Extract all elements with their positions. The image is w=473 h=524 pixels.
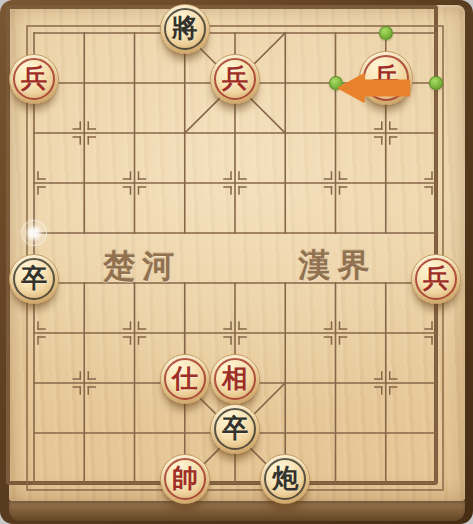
piece-red-soldier[interactable]: 兵	[9, 54, 59, 104]
piece-red-soldier[interactable]: 兵	[210, 54, 260, 104]
piece-character: 兵	[423, 265, 449, 291]
river-label-chu-river: 楚河	[97, 245, 182, 289]
piece-character: 兵	[21, 65, 47, 91]
piece-black-soldier[interactable]: 卒	[9, 254, 59, 304]
piece-red-advisor[interactable]: 仕	[160, 354, 210, 404]
legal-move-dot[interactable]	[329, 76, 343, 90]
river-label-han-border: 漢界	[292, 244, 377, 288]
piece-character: 仕	[172, 365, 198, 391]
piece-character: 帥	[172, 465, 198, 491]
legal-move-dot[interactable]	[379, 26, 393, 40]
legal-move-dot[interactable]	[429, 76, 443, 90]
piece-red-elephant[interactable]: 相	[210, 354, 260, 404]
piece-red-soldier[interactable]: 兵	[359, 51, 413, 105]
board-bottom-edge	[9, 501, 465, 521]
piece-character: 相	[222, 365, 248, 391]
piece-red-general[interactable]: 帥	[160, 454, 210, 504]
xiangqi-board: 楚河 漢界 將兵兵兵卒兵仕相卒帥炮	[0, 0, 473, 524]
piece-character: 卒	[21, 265, 47, 291]
piece-black-general[interactable]: 將	[160, 4, 210, 54]
piece-character: 兵	[373, 64, 399, 90]
piece-character: 卒	[222, 415, 248, 441]
piece-red-soldier[interactable]: 兵	[411, 254, 461, 304]
piece-character: 炮	[272, 465, 298, 491]
piece-black-soldier[interactable]: 卒	[210, 404, 260, 454]
piece-character: 將	[172, 15, 198, 41]
piece-character: 兵	[222, 65, 248, 91]
piece-black-cannon[interactable]: 炮	[260, 454, 310, 504]
